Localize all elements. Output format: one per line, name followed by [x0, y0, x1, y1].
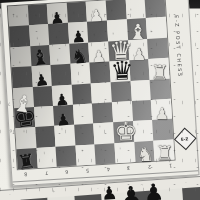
- square-e6[interactable]: ♟: [89, 41, 110, 63]
- piece-bp-c3[interactable]: ♟: [53, 112, 74, 128]
- square-c8[interactable]: ♟: [47, 3, 68, 25]
- square-c5[interactable]: [51, 64, 72, 86]
- square-f2[interactable]: ♚: [113, 121, 134, 143]
- brand-logo-text: E-Z: [181, 136, 189, 141]
- square-d6[interactable]: ♞: [69, 42, 90, 64]
- square-b6[interactable]: ♝: [30, 45, 51, 67]
- square-d7[interactable]: ♟: [68, 22, 89, 44]
- captured-white-piece[interactable]: ♝: [11, 91, 35, 117]
- square-a7[interactable]: [9, 26, 30, 48]
- piece-bp-second-board[interactable]: ♟: [101, 184, 118, 200]
- square-h7[interactable]: [146, 17, 167, 39]
- coordinate-label: 7: [8, 102, 11, 107]
- brand-diamond-logo: E-Z: [174, 128, 197, 151]
- chess-board: ♟♟♟♝♝♞♟♛♟♟♛♜♟♚♟♟♚♜♞♜ E-Z POST CHESS E-Z …: [0, 0, 199, 187]
- coordinate-label: 5: [86, 168, 90, 174]
- piece-wr-h5[interactable]: ♜: [150, 63, 170, 81]
- square-g1[interactable]: ♞: [134, 141, 155, 163]
- coordinate-label: 4: [107, 167, 111, 173]
- piece-bp-b5[interactable]: ♟: [31, 73, 52, 90]
- square-h5[interactable]: ♜: [148, 58, 169, 80]
- square-e4[interactable]: [91, 82, 112, 104]
- square-d8[interactable]: [67, 2, 88, 24]
- margin-tick: -: [9, 191, 11, 196]
- square-a8[interactable]: [8, 5, 29, 27]
- piece-bp-second-board[interactable]: ♟: [119, 182, 144, 200]
- square-h8[interactable]: [145, 0, 166, 18]
- square-d1[interactable]: [75, 144, 96, 166]
- second-board-square: [47, 196, 76, 200]
- piece-wp-e8[interactable]: ♟: [87, 9, 107, 24]
- piece-bp-d7[interactable]: ♟: [68, 30, 89, 46]
- square-f8[interactable]: [106, 0, 127, 21]
- board-grid: ♟♟♟♝♝♞♟♛♟♟♛♜♟♚♟♟♚♜♞♜: [7, 0, 176, 170]
- piece-bq-f5[interactable]: ♛: [110, 60, 130, 84]
- piece-bp-c8[interactable]: ♟: [47, 11, 68, 27]
- square-e1[interactable]: [95, 143, 116, 165]
- margin-tick: +: [52, 188, 56, 193]
- margin-tick: -: [185, 179, 187, 184]
- square-d4[interactable]: [72, 83, 93, 105]
- piece-bp-c4[interactable]: ♟: [52, 92, 73, 108]
- margin-tick: -: [97, 185, 99, 190]
- piece-wp-e6[interactable]: ♟: [89, 49, 109, 64]
- square-a6[interactable]: [10, 46, 31, 68]
- coordinate-label: 3: [127, 165, 131, 171]
- photo-scene: ♟♟♟♝♝♞♟♛♟♟♛♜♟♚♟♟♚♜♞♜ E-Z POST CHESS E-Z …: [0, 0, 200, 200]
- square-e8[interactable]: ♟: [86, 0, 107, 22]
- square-h1[interactable]: ♜: [153, 139, 174, 161]
- square-c4[interactable]: ♟: [52, 84, 73, 106]
- square-g8[interactable]: [125, 0, 146, 20]
- piece-bp-second-board[interactable]: ♟: [143, 181, 165, 200]
- square-d2[interactable]: [74, 124, 95, 146]
- square-b7[interactable]: [29, 24, 50, 46]
- coordinate-label: 6: [65, 169, 69, 175]
- square-e2[interactable]: [94, 123, 115, 145]
- piece-wp-h3[interactable]: ♟: [152, 107, 172, 122]
- second-board-square: [74, 194, 103, 200]
- square-b8[interactable]: [27, 4, 48, 26]
- brand-text: E-Z POST CHESS: [174, 15, 184, 78]
- square-f5[interactable]: ♛: [109, 60, 130, 82]
- piece-wk-f2[interactable]: ♚: [114, 121, 134, 145]
- square-b1[interactable]: [36, 147, 57, 169]
- piece-wr-h1[interactable]: ♜: [155, 144, 175, 162]
- coordinate-label: 7: [45, 170, 49, 176]
- square-c1[interactable]: [56, 145, 77, 167]
- square-c6[interactable]: [49, 44, 70, 66]
- square-a1[interactable]: ♜: [17, 148, 38, 170]
- piece-wn-g1[interactable]: ♞: [135, 146, 155, 163]
- coordinate-label: 6: [9, 128, 12, 133]
- piece-bb-b6[interactable]: ♝: [29, 48, 51, 69]
- square-e3[interactable]: [92, 102, 113, 124]
- square-h3[interactable]: ♟: [151, 99, 172, 121]
- square-h6[interactable]: [147, 38, 168, 60]
- piece-bn-d6[interactable]: ♞: [69, 48, 90, 66]
- square-a5[interactable]: [12, 66, 33, 88]
- piece-br-a1[interactable]: ♜: [15, 151, 37, 172]
- second-board-square: [21, 198, 50, 200]
- square-d3[interactable]: [73, 103, 94, 125]
- second-board-square: [182, 186, 200, 200]
